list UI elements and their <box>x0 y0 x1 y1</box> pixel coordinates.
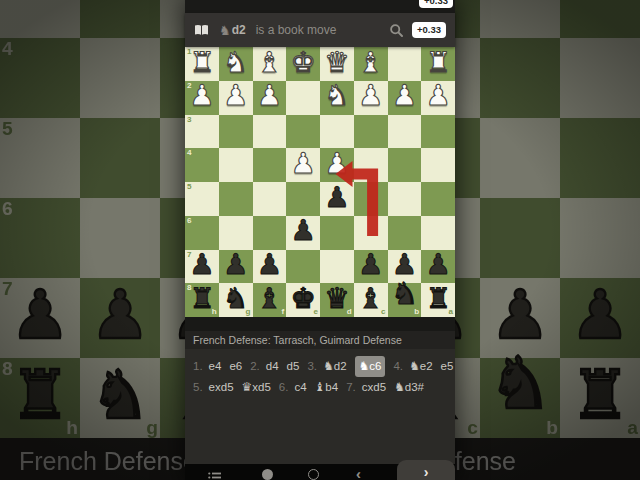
square-a1[interactable]: ♜ <box>421 47 455 81</box>
white-pawn-h2: ♟ <box>189 83 214 111</box>
black-pawn-c7: ♟ <box>358 252 383 280</box>
black-pawn-a7: ♟ <box>425 252 450 280</box>
menu-list-icon[interactable] <box>208 469 221 480</box>
black-pawn-e6: ♟ <box>290 218 315 246</box>
rank-label-6: 6 <box>2 199 13 218</box>
square-g3[interactable] <box>219 115 253 149</box>
square-f3[interactable] <box>253 115 287 149</box>
square-g3 <box>80 0 160 38</box>
square-d2[interactable]: ♞ <box>320 81 354 115</box>
white-pawn-e4: ♟ <box>290 150 315 178</box>
square-h4[interactable]: 4 <box>185 148 219 182</box>
square-d3[interactable] <box>320 115 354 149</box>
white-pawn-d4: ♟ <box>324 150 349 178</box>
figurine: ♞ <box>394 380 405 394</box>
black-pawn-b7: ♟ <box>490 283 550 350</box>
square-g8[interactable]: g♞ <box>219 283 253 317</box>
engine-icon[interactable] <box>262 469 273 480</box>
move-number-5.: 5. <box>193 377 203 398</box>
square-b2[interactable]: ♟ <box>388 81 422 115</box>
square-b6[interactable] <box>388 216 422 250</box>
rank-label-4: 4 <box>2 39 13 58</box>
figurine: ♛ <box>242 380 253 394</box>
square-e8[interactable]: e♚ <box>286 283 320 317</box>
figurine: ♝ <box>315 380 326 394</box>
square-g6 <box>80 198 160 278</box>
white-rook-a1: ♜ <box>425 49 450 77</box>
square-a5[interactable] <box>421 182 455 216</box>
move-number-2.: 2. <box>250 356 260 377</box>
move-cxd5[interactable]: cxd5 <box>362 377 386 398</box>
eval-badge: +0.33 <box>412 22 446 37</box>
black-pawn-a7: ♟ <box>570 283 630 350</box>
square-b4 <box>480 38 560 118</box>
square-e3[interactable] <box>286 115 320 149</box>
square-d4[interactable]: ♟ <box>320 148 354 182</box>
square-c6[interactable] <box>354 216 388 250</box>
bottom-nav-bar: ‹ › <box>185 464 455 480</box>
move-e6[interactable]: e6 <box>229 356 242 377</box>
square-f2[interactable]: ♟ <box>253 81 287 115</box>
black-bishop-c8: ♝ <box>358 285 383 313</box>
move-list: 1.e4e62.d4d53.♞d2♞c64.♞e2e55.exd5♛xd56.c… <box>185 349 455 464</box>
square-h3[interactable]: 3 <box>185 115 219 149</box>
black-pawn-h7: ♟ <box>189 252 214 280</box>
move-number-6.: 6. <box>279 377 289 398</box>
square-a7: ♟ <box>560 278 640 358</box>
square-h7: 7♟ <box>0 278 80 358</box>
square-a6 <box>560 198 640 278</box>
board-bottom-gap <box>185 317 455 331</box>
black-bishop-f8: ♝ <box>257 285 282 313</box>
move-d5[interactable]: d5 <box>287 356 300 377</box>
app-bar: ♞ d2 is a book move +0.33 <box>185 13 455 47</box>
square-c8[interactable]: c♝ <box>354 283 388 317</box>
square-a8[interactable]: a♜ <box>421 283 455 317</box>
square-b5[interactable] <box>388 182 422 216</box>
opening-name: French Defense: Tarrasch, Guimard Defens… <box>193 334 402 346</box>
square-g8: g♞ <box>80 358 160 438</box>
black-king-e8: ♚ <box>290 285 315 313</box>
move-e2[interactable]: ♞e2 <box>409 356 433 377</box>
move-number-7.: 7. <box>346 377 356 398</box>
phone-screenshot: +0.33 ♞ d2 is a book move +0.33 1 <box>185 0 455 480</box>
move-number-4.: 4. <box>393 356 403 377</box>
black-pawn-h7: ♟ <box>10 283 70 350</box>
rank-label-3: 3 <box>187 116 192 124</box>
square-h3: 3 <box>0 0 80 38</box>
white-queen-d1: ♛ <box>324 49 349 77</box>
square-d8[interactable]: d♛ <box>320 283 354 317</box>
rank-label-6: 6 <box>187 217 192 225</box>
square-c4[interactable] <box>354 148 388 182</box>
square-a2[interactable]: ♟ <box>421 81 455 115</box>
figurine: ♞ <box>323 359 334 373</box>
move-figurine: ♞ <box>219 23 231 38</box>
square-a3 <box>560 0 640 38</box>
square-f7[interactable]: ♟ <box>253 250 287 284</box>
move-line-2: 5.exd5♛xd56.c4♝b47.cxd5♞d3# <box>193 377 447 398</box>
black-rook-h8: ♜ <box>189 285 214 313</box>
square-d7[interactable] <box>320 250 354 284</box>
rank-label-5: 5 <box>187 183 192 191</box>
eval-badge-top: +0.33 <box>419 0 453 8</box>
square-d5[interactable]: ♟ <box>320 182 354 216</box>
square-a7[interactable]: ♟ <box>421 250 455 284</box>
square-a4[interactable] <box>421 148 455 182</box>
screenshot-frame: 1♜♞♝♚♛♝♜2♟♟♟♞♟♟♟34♟♟5♟6♟7♟♟♟♟♟♟8h♜g♞f♝e♚… <box>0 0 640 480</box>
forward-button[interactable]: › <box>397 460 455 480</box>
figurine: ♞ <box>359 359 370 373</box>
square-h2[interactable]: 2♟ <box>185 81 219 115</box>
square-b1[interactable] <box>388 47 422 81</box>
square-h6: 6 <box>0 198 80 278</box>
square-c1[interactable]: ♝ <box>354 47 388 81</box>
square-a6[interactable] <box>421 216 455 250</box>
square-b5 <box>480 118 560 198</box>
white-bishop-f1: ♝ <box>257 49 282 77</box>
white-pawn-f2: ♟ <box>257 83 282 111</box>
square-h8: 8h♜ <box>0 358 80 438</box>
square-f1[interactable]: ♝ <box>253 47 287 81</box>
move-d4[interactable]: d4 <box>266 356 279 377</box>
search-icon[interactable] <box>389 23 404 38</box>
square-e2[interactable] <box>286 81 320 115</box>
square-b3 <box>480 0 560 38</box>
white-pawn-b2: ♟ <box>392 83 417 111</box>
clock-icon[interactable] <box>308 469 319 480</box>
square-f4[interactable] <box>253 148 287 182</box>
square-b8: b♞ <box>480 358 560 438</box>
figurine: ♞ <box>409 359 420 373</box>
square-b3[interactable] <box>388 115 422 149</box>
square-h4: 4 <box>0 38 80 118</box>
black-rook-a8: ♜ <box>570 363 630 430</box>
square-g5[interactable] <box>219 182 253 216</box>
square-c2[interactable]: ♟ <box>354 81 388 115</box>
black-pawn-f7: ♟ <box>257 252 282 280</box>
square-f5[interactable] <box>253 182 287 216</box>
square-h6[interactable]: 6 <box>185 216 219 250</box>
square-h8[interactable]: 8h♜ <box>185 283 219 317</box>
opening-name-bar: French Defense: Tarrasch, Guimard Defens… <box>185 331 455 349</box>
square-b6 <box>480 198 560 278</box>
square-f6[interactable] <box>253 216 287 250</box>
square-g5 <box>80 118 160 198</box>
book-move-label: is a book move <box>256 23 337 37</box>
square-e7[interactable] <box>286 250 320 284</box>
black-knight-b8: ♞ <box>391 279 418 309</box>
move-c4[interactable]: c4 <box>294 377 306 398</box>
move-e4[interactable]: e4 <box>209 356 222 377</box>
square-a5 <box>560 118 640 198</box>
white-knight-g1: ♞ <box>223 49 248 77</box>
square-a3[interactable] <box>421 115 455 149</box>
white-rook-h1: ♜ <box>189 49 214 77</box>
white-pawn-a2: ♟ <box>425 83 450 111</box>
square-h5[interactable]: 5 <box>185 182 219 216</box>
square-g4 <box>80 38 160 118</box>
square-a4 <box>560 38 640 118</box>
square-f8[interactable]: f♝ <box>253 283 287 317</box>
black-knight-g8: ♞ <box>223 285 248 313</box>
square-b4[interactable] <box>388 148 422 182</box>
black-pawn-g7: ♟ <box>90 283 150 350</box>
move-line-1: 1.e4e62.d4d53.♞d2♞c64.♞e2e5 <box>193 356 447 377</box>
square-e5[interactable] <box>286 182 320 216</box>
black-pawn-g7: ♟ <box>223 252 248 280</box>
square-h1[interactable]: 1♜ <box>185 47 219 81</box>
square-c3[interactable] <box>354 115 388 149</box>
square-e6[interactable]: ♟ <box>286 216 320 250</box>
rank-label-5: 5 <box>2 119 13 138</box>
square-e1[interactable]: ♚ <box>286 47 320 81</box>
square-c5[interactable] <box>354 182 388 216</box>
move-d3#[interactable]: ♞d3# <box>394 377 424 398</box>
open-book-icon <box>194 24 209 36</box>
square-b8[interactable]: b♞ <box>388 283 422 317</box>
move-e5[interactable]: e5 <box>441 356 454 377</box>
move-c6-current[interactable]: ♞c6 <box>355 356 386 377</box>
white-pawn-c2: ♟ <box>358 83 383 111</box>
white-bishop-c1: ♝ <box>358 49 383 77</box>
move-b4[interactable]: ♝b4 <box>315 377 339 398</box>
black-pawn-d5: ♟ <box>324 184 349 212</box>
rank-label-4: 4 <box>187 149 192 157</box>
top-strip: +0.33 <box>185 0 455 13</box>
square-h5: 5 <box>0 118 80 198</box>
forward-icon: › <box>424 465 429 479</box>
move-number-3.: 3. <box>307 356 317 377</box>
black-queen-d8: ♛ <box>324 285 349 313</box>
square-e4[interactable]: ♟ <box>286 148 320 182</box>
square-a8: a♜ <box>560 358 640 438</box>
square-g6[interactable] <box>219 216 253 250</box>
square-g4[interactable] <box>219 148 253 182</box>
square-g7: ♟ <box>80 278 160 358</box>
move-exd5[interactable]: exd5 <box>209 377 234 398</box>
move-d2[interactable]: ♞d2 <box>323 356 347 377</box>
chess-board: 1♜♞♝♚♛♝♜2♟♟♟♞♟♟♟34♟♟5♟6♟7♟♟♟♟♟♟8h♜g♞f♝e♚… <box>185 47 455 317</box>
square-g7[interactable]: ♟ <box>219 250 253 284</box>
square-d1[interactable]: ♛ <box>320 47 354 81</box>
white-knight-d2: ♞ <box>324 83 349 111</box>
square-g1[interactable]: ♞ <box>219 47 253 81</box>
move-number-1.: 1. <box>193 356 203 377</box>
move-text: d2 <box>232 23 246 37</box>
black-knight-g8: ♞ <box>90 363 150 430</box>
white-pawn-g2: ♟ <box>223 83 248 111</box>
black-rook-h8: ♜ <box>10 363 70 430</box>
square-g2[interactable]: ♟ <box>219 81 253 115</box>
black-knight-b8: ♞ <box>488 348 552 420</box>
square-h7[interactable]: 7♟ <box>185 250 219 284</box>
back-icon[interactable]: ‹ <box>356 466 361 480</box>
square-c7[interactable]: ♟ <box>354 250 388 284</box>
white-king-e1: ♚ <box>290 49 315 77</box>
black-rook-a8: ♜ <box>425 285 450 313</box>
move-xd5[interactable]: ♛xd5 <box>242 377 271 398</box>
square-d6[interactable] <box>320 216 354 250</box>
